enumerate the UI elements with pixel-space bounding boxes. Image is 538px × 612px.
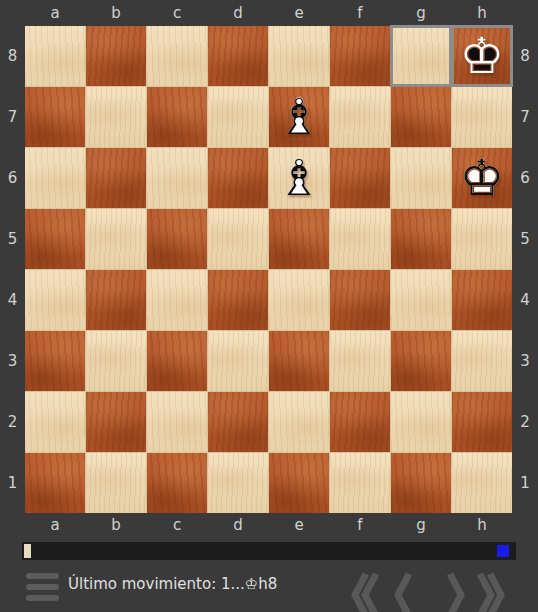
last-move-button[interactable] (477, 570, 507, 612)
chevron-left-icon (392, 570, 413, 612)
scrubber-current-handle[interactable] (497, 545, 509, 557)
rank-label-4: 4 (512, 270, 538, 330)
square-f2[interactable] (330, 392, 390, 452)
piece-white-king[interactable]: ♚♔ (452, 148, 512, 208)
square-g5[interactable] (391, 209, 451, 269)
previous-move-button[interactable] (392, 570, 413, 612)
square-a5[interactable] (25, 209, 85, 269)
square-a8[interactable] (25, 26, 85, 86)
square-e6[interactable]: ♝♗ (269, 148, 329, 208)
square-h8[interactable]: ♚♔ (452, 26, 512, 86)
menu-button[interactable] (26, 573, 59, 601)
chess-board: ♚♔♝♗♝♗♚♔ (25, 26, 512, 513)
chevron-right-icon (446, 570, 467, 612)
file-label-c: c (147, 0, 207, 26)
board-area: abcdefgh 87654321 ♚♔♝♗♝♗♚♔ 87654321 abcd… (0, 0, 538, 537)
square-e5[interactable] (269, 209, 329, 269)
square-b8[interactable] (86, 26, 146, 86)
square-a4[interactable] (25, 270, 85, 330)
piece-black-king[interactable]: ♚♔ (452, 26, 512, 86)
square-d6[interactable] (208, 148, 268, 208)
square-f3[interactable] (330, 331, 390, 391)
square-a1[interactable] (25, 453, 85, 513)
next-move-button[interactable] (446, 570, 467, 612)
square-g1[interactable] (391, 453, 451, 513)
file-labels-top: abcdefgh (25, 0, 512, 26)
square-b5[interactable] (86, 209, 146, 269)
rank-label-1: 1 (512, 453, 538, 513)
square-f5[interactable] (330, 209, 390, 269)
square-h1[interactable] (452, 453, 512, 513)
rank-label-8: 8 (0, 26, 25, 86)
first-move-button[interactable] (349, 570, 379, 612)
last-move-status: Último movimiento: 1...♔h8 (68, 574, 277, 594)
square-c1[interactable] (147, 453, 207, 513)
file-label-f: f (330, 513, 390, 537)
rank-label-7: 7 (0, 87, 25, 147)
rank-label-5: 5 (512, 209, 538, 269)
square-h3[interactable] (452, 331, 512, 391)
square-e3[interactable] (269, 331, 329, 391)
file-label-e: e (269, 0, 329, 26)
rank-labels-right: 87654321 (512, 26, 538, 513)
square-f7[interactable] (330, 87, 390, 147)
square-d1[interactable] (208, 453, 268, 513)
square-c7[interactable] (147, 87, 207, 147)
square-e2[interactable] (269, 392, 329, 452)
move-scrubber[interactable] (22, 542, 516, 560)
rank-label-6: 6 (512, 148, 538, 208)
rank-label-3: 3 (512, 331, 538, 391)
file-label-a: a (25, 0, 85, 26)
square-a2[interactable] (25, 392, 85, 452)
file-label-d: d (208, 513, 268, 537)
square-f6[interactable] (330, 148, 390, 208)
square-a6[interactable] (25, 148, 85, 208)
file-label-g: g (391, 513, 451, 537)
square-g7[interactable] (391, 87, 451, 147)
square-g2[interactable] (391, 392, 451, 452)
file-label-b: b (86, 513, 146, 537)
square-e7[interactable]: ♝♗ (269, 87, 329, 147)
rank-label-1: 1 (0, 453, 25, 513)
square-g4[interactable] (391, 270, 451, 330)
chess-app: abcdefgh 87654321 ♚♔♝♗♝♗♚♔ 87654321 abcd… (0, 0, 538, 612)
bottom-toolbar: Último movimiento: 1...♔h8 (0, 560, 538, 612)
square-e4[interactable] (269, 270, 329, 330)
file-label-g: g (391, 0, 451, 26)
rank-label-4: 4 (0, 270, 25, 330)
square-f1[interactable] (330, 453, 390, 513)
square-c3[interactable] (147, 331, 207, 391)
file-label-c: c (147, 513, 207, 537)
file-label-e: e (269, 513, 329, 537)
rank-label-6: 6 (0, 148, 25, 208)
file-label-b: b (86, 0, 146, 26)
square-c2[interactable] (147, 392, 207, 452)
double-chevron-left-icon (349, 570, 379, 612)
square-h4[interactable] (452, 270, 512, 330)
rank-labels-left: 87654321 (0, 26, 25, 513)
piece-white-bishop[interactable]: ♝♗ (269, 148, 329, 208)
square-h5[interactable] (452, 209, 512, 269)
square-g8[interactable] (391, 26, 451, 86)
square-b7[interactable] (86, 87, 146, 147)
square-c8[interactable] (147, 26, 207, 86)
square-g3[interactable] (391, 331, 451, 391)
square-d8[interactable] (208, 26, 268, 86)
scrubber-move-marker[interactable] (24, 544, 31, 558)
square-c5[interactable] (147, 209, 207, 269)
square-c6[interactable] (147, 148, 207, 208)
rank-label-8: 8 (512, 26, 538, 86)
square-c4[interactable] (147, 270, 207, 330)
square-a7[interactable] (25, 87, 85, 147)
square-b3[interactable] (86, 331, 146, 391)
piece-white-bishop[interactable]: ♝♗ (269, 87, 329, 147)
rank-label-2: 2 (0, 392, 25, 452)
square-h6[interactable]: ♚♔ (452, 148, 512, 208)
square-f4[interactable] (330, 270, 390, 330)
file-label-h: h (452, 0, 512, 26)
square-d5[interactable] (208, 209, 268, 269)
file-label-h: h (452, 513, 512, 537)
square-h2[interactable] (452, 392, 512, 452)
square-b4[interactable] (86, 270, 146, 330)
square-e1[interactable] (269, 453, 329, 513)
square-d7[interactable] (208, 87, 268, 147)
square-h7[interactable] (452, 87, 512, 147)
square-b6[interactable] (86, 148, 146, 208)
rank-label-7: 7 (512, 87, 538, 147)
file-labels-bottom: abcdefgh (25, 513, 512, 537)
square-e8[interactable] (269, 26, 329, 86)
square-d2[interactable] (208, 392, 268, 452)
square-g6[interactable] (391, 148, 451, 208)
hamburger-icon (26, 573, 59, 579)
double-chevron-right-icon (477, 570, 507, 612)
file-label-a: a (25, 513, 85, 537)
rank-label-5: 5 (0, 209, 25, 269)
file-label-f: f (330, 0, 390, 26)
rank-label-3: 3 (0, 331, 25, 391)
square-f8[interactable] (330, 26, 390, 86)
square-a3[interactable] (25, 331, 85, 391)
file-label-d: d (208, 0, 268, 26)
square-d3[interactable] (208, 331, 268, 391)
square-d4[interactable] (208, 270, 268, 330)
rank-label-2: 2 (512, 392, 538, 452)
square-b2[interactable] (86, 392, 146, 452)
square-b1[interactable] (86, 453, 146, 513)
